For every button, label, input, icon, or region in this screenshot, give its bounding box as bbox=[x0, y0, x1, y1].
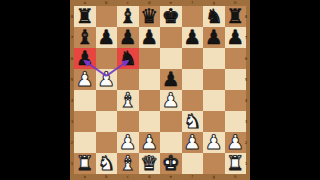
rank-label-5-left: 5 bbox=[69, 78, 75, 82]
square-d3[interactable] bbox=[139, 111, 161, 132]
square-f6[interactable] bbox=[182, 48, 204, 69]
black-pawn[interactable]: ♟ bbox=[162, 69, 180, 90]
rank-label-4-right: 4 bbox=[243, 99, 249, 103]
square-g6[interactable] bbox=[203, 48, 225, 69]
square-a5[interactable]: ♟ bbox=[74, 69, 96, 90]
file-label-a-bottom: a bbox=[82, 175, 88, 179]
file-label-d-bottom: d bbox=[146, 175, 152, 179]
rank-label-2-right: 2 bbox=[243, 141, 249, 145]
black-bishop[interactable]: ♝ bbox=[76, 27, 94, 48]
rank-label-1-left: 1 bbox=[69, 162, 75, 166]
square-f7[interactable]: ♟ bbox=[182, 27, 204, 48]
white-pawn[interactable]: ♟ bbox=[162, 90, 180, 111]
file-label-c-bottom: c bbox=[125, 175, 131, 179]
square-f2[interactable]: ♟ bbox=[182, 132, 204, 153]
square-g7[interactable]: ♟ bbox=[203, 27, 225, 48]
white-knight[interactable]: ♞ bbox=[97, 153, 115, 174]
black-pawn[interactable]: ♟ bbox=[140, 27, 158, 48]
square-a6[interactable]: ♟ bbox=[74, 48, 96, 69]
square-d8[interactable]: ♛ bbox=[139, 6, 161, 27]
rank-label-7-right: 7 bbox=[243, 36, 249, 40]
square-a7[interactable]: ♝ bbox=[74, 27, 96, 48]
square-b3[interactable] bbox=[96, 111, 118, 132]
square-e2[interactable] bbox=[160, 132, 182, 153]
file-label-a-top: a bbox=[82, 1, 88, 5]
chess-app: ♜♝♛♚♞♜♝♟♟♟♟♟♟♟♞♟♟♟♝♟♞♟♟♟♟♟♜♞♝♛♚♜ aabbccd… bbox=[0, 0, 320, 180]
square-c2[interactable]: ♟ bbox=[117, 132, 139, 153]
square-b7[interactable]: ♟ bbox=[96, 27, 118, 48]
square-g5[interactable] bbox=[203, 69, 225, 90]
square-d4[interactable] bbox=[139, 90, 161, 111]
black-pawn[interactable]: ♟ bbox=[205, 27, 223, 48]
square-c4[interactable]: ♝ bbox=[117, 90, 139, 111]
square-c7[interactable]: ♟ bbox=[117, 27, 139, 48]
rank-label-3-left: 3 bbox=[69, 120, 75, 124]
square-f8[interactable] bbox=[182, 6, 204, 27]
square-a1[interactable]: ♜ bbox=[74, 153, 96, 174]
white-bishop[interactable]: ♝ bbox=[119, 90, 137, 111]
square-e8[interactable]: ♚ bbox=[160, 6, 182, 27]
white-rook[interactable]: ♜ bbox=[226, 153, 244, 174]
white-pawn[interactable]: ♟ bbox=[140, 132, 158, 153]
white-pawn[interactable]: ♟ bbox=[97, 69, 115, 90]
file-label-f-top: f bbox=[189, 1, 195, 5]
file-label-f-bottom: f bbox=[189, 175, 195, 179]
file-label-h-bottom: h bbox=[232, 175, 238, 179]
file-label-c-top: c bbox=[125, 1, 131, 5]
black-pawn[interactable]: ♟ bbox=[183, 27, 201, 48]
file-label-g-bottom: g bbox=[211, 175, 217, 179]
black-bishop[interactable]: ♝ bbox=[119, 6, 137, 27]
square-d1[interactable]: ♛ bbox=[139, 153, 161, 174]
rank-label-1-right: 1 bbox=[243, 162, 249, 166]
white-pawn[interactable]: ♟ bbox=[205, 132, 223, 153]
rank-label-6-left: 6 bbox=[69, 57, 75, 61]
square-c5[interactable] bbox=[117, 69, 139, 90]
white-pawn[interactable]: ♟ bbox=[76, 69, 94, 90]
square-c3[interactable] bbox=[117, 111, 139, 132]
square-d7[interactable]: ♟ bbox=[139, 27, 161, 48]
square-f1[interactable] bbox=[182, 153, 204, 174]
black-king[interactable]: ♚ bbox=[162, 6, 180, 27]
square-g3[interactable] bbox=[203, 111, 225, 132]
square-b1[interactable]: ♞ bbox=[96, 153, 118, 174]
square-e5[interactable]: ♟ bbox=[160, 69, 182, 90]
square-b8[interactable] bbox=[96, 6, 118, 27]
square-a2[interactable] bbox=[74, 132, 96, 153]
rank-label-5-right: 5 bbox=[243, 78, 249, 82]
right-black-bar bbox=[250, 0, 320, 180]
square-c6[interactable]: ♞ bbox=[117, 48, 139, 69]
file-label-g-top: g bbox=[211, 1, 217, 5]
white-knight[interactable]: ♞ bbox=[183, 111, 201, 132]
rank-label-8-right: 8 bbox=[243, 15, 249, 19]
square-f4[interactable] bbox=[182, 90, 204, 111]
rank-label-2-left: 2 bbox=[69, 141, 75, 145]
white-pawn[interactable]: ♟ bbox=[119, 132, 137, 153]
white-pawn[interactable]: ♟ bbox=[226, 132, 244, 153]
chess-board: ♜♝♛♚♞♜♝♟♟♟♟♟♟♟♞♟♟♟♝♟♞♟♟♟♟♟♜♞♝♛♚♜ bbox=[74, 6, 246, 174]
square-a8[interactable]: ♜ bbox=[74, 6, 96, 27]
file-label-b-bottom: b bbox=[103, 175, 109, 179]
left-black-bar bbox=[0, 0, 70, 180]
square-c8[interactable]: ♝ bbox=[117, 6, 139, 27]
square-a3[interactable] bbox=[74, 111, 96, 132]
file-label-b-top: b bbox=[103, 1, 109, 5]
black-knight[interactable]: ♞ bbox=[205, 6, 223, 27]
square-g1[interactable] bbox=[203, 153, 225, 174]
square-e1[interactable]: ♚ bbox=[160, 153, 182, 174]
square-b5[interactable]: ♟ bbox=[96, 69, 118, 90]
square-c1[interactable]: ♝ bbox=[117, 153, 139, 174]
black-pawn[interactable]: ♟ bbox=[119, 27, 137, 48]
square-f3[interactable]: ♞ bbox=[182, 111, 204, 132]
black-rook[interactable]: ♜ bbox=[226, 6, 244, 27]
square-d6[interactable] bbox=[139, 48, 161, 69]
file-label-d-top: d bbox=[146, 1, 152, 5]
white-pawn[interactable]: ♟ bbox=[183, 132, 201, 153]
rank-label-3-right: 3 bbox=[243, 120, 249, 124]
black-pawn[interactable]: ♟ bbox=[76, 48, 94, 69]
white-bishop[interactable]: ♝ bbox=[119, 153, 137, 174]
file-label-h-top: h bbox=[232, 1, 238, 5]
black-rook[interactable]: ♜ bbox=[76, 6, 94, 27]
white-queen[interactable]: ♛ bbox=[140, 153, 158, 174]
square-e6[interactable] bbox=[160, 48, 182, 69]
white-rook[interactable]: ♜ bbox=[76, 153, 94, 174]
square-f5[interactable] bbox=[182, 69, 204, 90]
board-frame: ♜♝♛♚♞♜♝♟♟♟♟♟♟♟♞♟♟♟♝♟♞♟♟♟♟♟♜♞♝♛♚♜ aabbccd… bbox=[70, 0, 250, 180]
rank-label-7-left: 7 bbox=[69, 36, 75, 40]
square-e7[interactable] bbox=[160, 27, 182, 48]
square-b2[interactable] bbox=[96, 132, 118, 153]
square-e3[interactable] bbox=[160, 111, 182, 132]
rank-label-8-left: 8 bbox=[69, 15, 75, 19]
square-e4[interactable]: ♟ bbox=[160, 90, 182, 111]
square-g8[interactable]: ♞ bbox=[203, 6, 225, 27]
black-knight[interactable]: ♞ bbox=[119, 48, 137, 69]
rank-label-6-right: 6 bbox=[243, 57, 249, 61]
square-b6[interactable] bbox=[96, 48, 118, 69]
rank-label-4-left: 4 bbox=[69, 99, 75, 103]
file-label-e-top: e bbox=[168, 1, 174, 5]
square-d2[interactable]: ♟ bbox=[139, 132, 161, 153]
black-pawn[interactable]: ♟ bbox=[226, 27, 244, 48]
square-g4[interactable] bbox=[203, 90, 225, 111]
white-king[interactable]: ♚ bbox=[162, 153, 180, 174]
square-a4[interactable] bbox=[74, 90, 96, 111]
file-label-e-bottom: e bbox=[168, 175, 174, 179]
black-queen[interactable]: ♛ bbox=[140, 6, 158, 27]
black-pawn[interactable]: ♟ bbox=[97, 27, 115, 48]
square-b4[interactable] bbox=[96, 90, 118, 111]
square-g2[interactable]: ♟ bbox=[203, 132, 225, 153]
square-d5[interactable] bbox=[139, 69, 161, 90]
